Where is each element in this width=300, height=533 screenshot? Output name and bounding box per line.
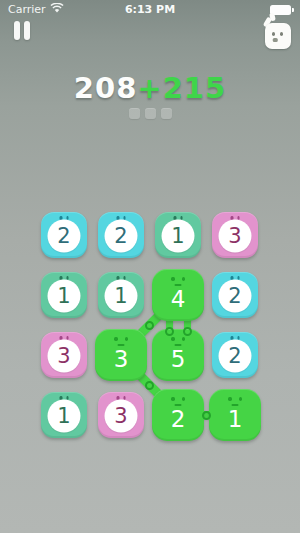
chain-link-icon [183,327,192,336]
tile-r3c3[interactable]: 5 [152,329,204,381]
tile-r4c4[interactable]: 1 [209,389,261,441]
tile-circle: 1 [48,280,81,313]
chain-link-icon [145,321,154,330]
chain-link-icon [202,411,211,420]
tile-number: 1 [57,286,70,307]
tile-circle: 3 [219,220,252,253]
tile-number: 1 [209,389,261,441]
tile-circle: 3 [48,340,81,373]
tile-circle: 3 [105,400,138,433]
tile-circle: 1 [162,220,195,253]
tile-r2c1[interactable]: 1 [41,272,87,318]
tile-number: 3 [95,329,147,381]
tile-number: 2 [114,226,127,247]
tile-number: 3 [57,346,70,367]
chain-link-icon [145,381,154,390]
chain-link-icon [165,327,174,336]
tile-number: 1 [57,406,70,427]
tile-number: 1 [114,286,127,307]
tile-r4c2[interactable]: 3 [98,392,144,438]
tile-circle: 1 [48,400,81,433]
tile-circle: 1 [105,280,138,313]
tile-circle: 2 [219,340,252,373]
board: 2213114233521321 [0,0,300,533]
tile-r2c2[interactable]: 1 [98,272,144,318]
tile-r1c1[interactable]: 2 [41,212,87,258]
tile-number: 2 [228,346,241,367]
tile-number: 3 [228,226,241,247]
screen: Carrier 6:13 PM 208+215 2213114233521321 [0,0,300,533]
tile-r1c4[interactable]: 3 [212,212,258,258]
tile-circle: 2 [219,280,252,313]
tile-r1c3[interactable]: 1 [155,212,201,258]
tile-r3c1[interactable]: 3 [41,332,87,378]
tile-circle: 2 [48,220,81,253]
tile-number: 5 [152,329,204,381]
tile-number: 3 [114,406,127,427]
tile-r4c1[interactable]: 1 [41,392,87,438]
tile-r2c3[interactable]: 4 [152,269,204,321]
tile-r4c3[interactable]: 2 [152,389,204,441]
tile-number: 4 [152,269,204,321]
tile-circle: 2 [105,220,138,253]
tile-r1c2[interactable]: 2 [98,212,144,258]
tile-number: 2 [228,286,241,307]
tile-number: 2 [57,226,70,247]
tile-r2c4[interactable]: 2 [212,272,258,318]
tile-number: 2 [152,389,204,441]
tile-r3c4[interactable]: 2 [212,332,258,378]
tile-number: 1 [171,226,184,247]
tile-r3c2[interactable]: 3 [95,329,147,381]
